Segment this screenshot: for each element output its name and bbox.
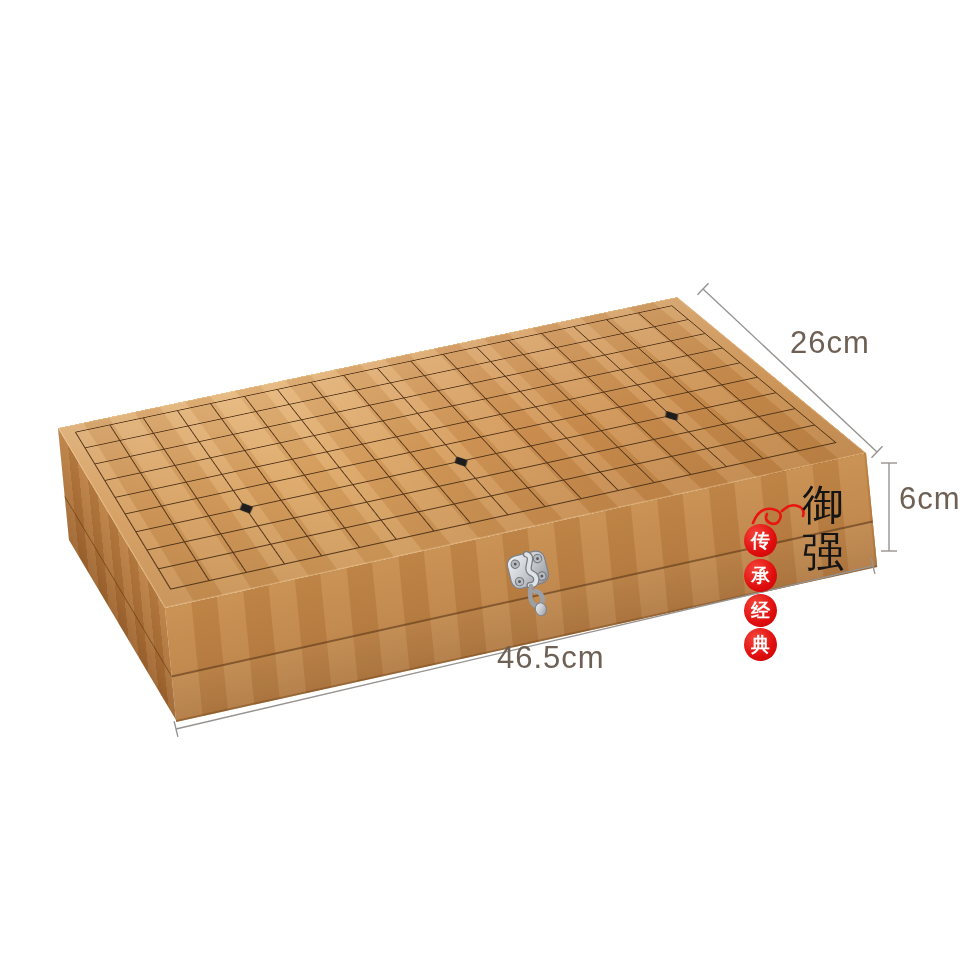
brand-watermark: 御 强: [799, 481, 847, 575]
brand-char-2: 强: [799, 528, 847, 575]
slogan-badge-1: 传: [744, 524, 777, 557]
product-photo-go-board-box: 26cm 6cm 46.5cm 御 强 传 承 经 典: [0, 0, 960, 960]
slogan-badge-2: 承: [744, 559, 777, 592]
slogan-badge-4: 典: [744, 628, 777, 661]
height-dimension-label: 6cm: [899, 481, 960, 517]
depth-dimension-label: 26cm: [790, 325, 870, 361]
brand-char-1: 御: [799, 481, 847, 528]
length-dimension-label: 46.5cm: [497, 640, 605, 676]
slogan-badge-3: 经: [744, 594, 777, 627]
